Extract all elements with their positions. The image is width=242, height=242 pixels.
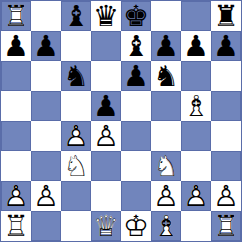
square-e1[interactable]: ♚♔	[121, 211, 151, 241]
black-piece-glyph: ♞	[61, 61, 91, 91]
square-c7[interactable]	[61, 31, 91, 61]
square-g4[interactable]	[181, 121, 211, 151]
square-a4[interactable]	[1, 121, 31, 151]
black-piece-glyph: ♟	[31, 31, 61, 61]
white-piece-outline-layer: ♙	[181, 181, 211, 211]
square-c3[interactable]: ♞♘	[61, 151, 91, 181]
piece-white-pawn[interactable]: ♟♙	[91, 121, 121, 151]
square-e4[interactable]	[121, 121, 151, 151]
black-piece-glyph: ♟	[91, 91, 121, 121]
black-piece-glyph: ♝	[121, 31, 151, 61]
square-a6[interactable]	[1, 61, 31, 91]
white-piece-outline-layer: ♗	[181, 91, 211, 121]
square-d4[interactable]: ♟♙	[91, 121, 121, 151]
square-f2[interactable]: ♟♙	[151, 181, 181, 211]
square-b1[interactable]	[31, 211, 61, 241]
chess-board: ♜♖♝♛♚♜♟♟♝♟♟♟♞♟♞♟♝♗♟♙♟♙♞♘♞♘♟♙♟♙♟♙♟♙♟♙♜♖♛♕…	[0, 0, 242, 242]
square-h2[interactable]: ♟♙	[211, 181, 241, 211]
piece-white-knight[interactable]: ♞♘	[151, 151, 181, 181]
white-piece-outline-layer: ♙	[1, 181, 31, 211]
square-c1[interactable]	[61, 211, 91, 241]
square-f1[interactable]: ♝♗	[151, 211, 181, 241]
white-piece-outline-layer: ♖	[1, 211, 31, 241]
piece-black-king[interactable]: ♚	[121, 1, 151, 31]
square-g2[interactable]: ♟♙	[181, 181, 211, 211]
square-d7[interactable]	[91, 31, 121, 61]
square-a7[interactable]: ♟	[1, 31, 31, 61]
square-f5[interactable]	[151, 91, 181, 121]
black-piece-glyph: ♜	[211, 1, 241, 31]
square-g8[interactable]	[181, 1, 211, 31]
piece-black-rook[interactable]: ♜	[211, 1, 241, 31]
piece-white-rook[interactable]: ♜♖	[1, 211, 31, 241]
white-piece-outline-layer: ♙	[151, 181, 181, 211]
square-h4[interactable]	[211, 121, 241, 151]
square-b2[interactable]: ♟♙	[31, 181, 61, 211]
piece-white-pawn[interactable]: ♟♙	[181, 181, 211, 211]
white-piece-outline-layer: ♙	[61, 121, 91, 151]
piece-white-pawn[interactable]: ♟♙	[1, 181, 31, 211]
piece-black-pawn[interactable]: ♟	[181, 31, 211, 61]
black-piece-glyph: ♛	[91, 1, 121, 31]
square-h1[interactable]: ♜♖	[211, 211, 241, 241]
square-g1[interactable]	[181, 211, 211, 241]
white-piece-outline-layer: ♙	[91, 121, 121, 151]
square-b3[interactable]	[31, 151, 61, 181]
black-piece-glyph: ♟	[1, 31, 31, 61]
piece-black-knight[interactable]: ♞	[61, 61, 91, 91]
white-piece-outline-layer: ♘	[61, 151, 91, 181]
piece-white-pawn[interactable]: ♟♙	[31, 181, 61, 211]
piece-white-pawn[interactable]: ♟♙	[151, 181, 181, 211]
square-d5[interactable]: ♟	[91, 91, 121, 121]
square-f6[interactable]: ♞	[151, 61, 181, 91]
white-piece-outline-layer: ♖	[1, 1, 31, 31]
square-f7[interactable]: ♟	[151, 31, 181, 61]
square-e5[interactable]	[121, 91, 151, 121]
square-a1[interactable]: ♜♖	[1, 211, 31, 241]
black-piece-glyph: ♚	[121, 1, 151, 31]
square-e2[interactable]	[121, 181, 151, 211]
piece-white-rook[interactable]: ♜♖	[211, 211, 241, 241]
black-piece-glyph: ♟	[121, 61, 151, 91]
square-a8[interactable]: ♜♖	[1, 1, 31, 31]
white-piece-outline-layer: ♙	[211, 181, 241, 211]
piece-black-pawn[interactable]: ♟	[31, 31, 61, 61]
piece-white-bishop[interactable]: ♝♗	[151, 211, 181, 241]
square-b4[interactable]	[31, 121, 61, 151]
piece-white-king[interactable]: ♚♔	[121, 211, 151, 241]
square-a2[interactable]: ♟♙	[1, 181, 31, 211]
square-h7[interactable]: ♟	[211, 31, 241, 61]
black-piece-glyph: ♟	[151, 31, 181, 61]
square-f3[interactable]: ♞♘	[151, 151, 181, 181]
square-d1[interactable]: ♛♕	[91, 211, 121, 241]
square-c4[interactable]: ♟♙	[61, 121, 91, 151]
piece-black-bishop[interactable]: ♝	[121, 31, 151, 61]
square-e8[interactable]: ♚	[121, 1, 151, 31]
square-b8[interactable]	[31, 1, 61, 31]
white-piece-outline-layer: ♙	[31, 181, 61, 211]
black-piece-glyph: ♞	[151, 61, 181, 91]
piece-white-pawn[interactable]: ♟♙	[61, 121, 91, 151]
white-piece-outline-layer: ♘	[151, 151, 181, 181]
piece-black-pawn[interactable]: ♟	[211, 31, 241, 61]
black-piece-glyph: ♝	[61, 1, 91, 31]
piece-white-rook[interactable]: ♜♖	[1, 1, 31, 31]
white-piece-outline-layer: ♖	[211, 211, 241, 241]
square-e6[interactable]: ♟	[121, 61, 151, 91]
square-d6[interactable]	[91, 61, 121, 91]
square-h3[interactable]	[211, 151, 241, 181]
square-f8[interactable]	[151, 1, 181, 31]
white-piece-outline-layer: ♕	[91, 211, 121, 241]
square-f4[interactable]	[151, 121, 181, 151]
square-g7[interactable]: ♟	[181, 31, 211, 61]
square-g5[interactable]: ♝♗	[181, 91, 211, 121]
square-c8[interactable]: ♝	[61, 1, 91, 31]
black-piece-glyph: ♟	[211, 31, 241, 61]
square-h5[interactable]	[211, 91, 241, 121]
piece-black-bishop[interactable]: ♝	[61, 1, 91, 31]
square-c5[interactable]	[61, 91, 91, 121]
square-g3[interactable]	[181, 151, 211, 181]
white-piece-outline-layer: ♗	[151, 211, 181, 241]
square-e7[interactable]: ♝	[121, 31, 151, 61]
white-piece-outline-layer: ♔	[121, 211, 151, 241]
piece-white-knight[interactable]: ♞♘	[61, 151, 91, 181]
piece-black-pawn[interactable]: ♟	[91, 91, 121, 121]
piece-white-bishop[interactable]: ♝♗	[181, 91, 211, 121]
piece-black-pawn[interactable]: ♟	[1, 31, 31, 61]
square-h8[interactable]: ♜	[211, 1, 241, 31]
piece-black-queen[interactable]: ♛	[91, 1, 121, 31]
square-a5[interactable]	[1, 91, 31, 121]
square-d8[interactable]: ♛	[91, 1, 121, 31]
piece-black-pawn[interactable]: ♟	[121, 61, 151, 91]
piece-white-queen[interactable]: ♛♕	[91, 211, 121, 241]
square-g6[interactable]	[181, 61, 211, 91]
square-c6[interactable]: ♞	[61, 61, 91, 91]
black-piece-glyph: ♟	[181, 31, 211, 61]
square-d3[interactable]	[91, 151, 121, 181]
square-h6[interactable]	[211, 61, 241, 91]
square-b6[interactable]	[31, 61, 61, 91]
piece-white-pawn[interactable]: ♟♙	[211, 181, 241, 211]
square-a3[interactable]	[1, 151, 31, 181]
piece-black-pawn[interactable]: ♟	[151, 31, 181, 61]
square-b7[interactable]: ♟	[31, 31, 61, 61]
square-e3[interactable]	[121, 151, 151, 181]
piece-black-knight[interactable]: ♞	[151, 61, 181, 91]
square-b5[interactable]	[31, 91, 61, 121]
square-d2[interactable]	[91, 181, 121, 211]
square-c2[interactable]	[61, 181, 91, 211]
